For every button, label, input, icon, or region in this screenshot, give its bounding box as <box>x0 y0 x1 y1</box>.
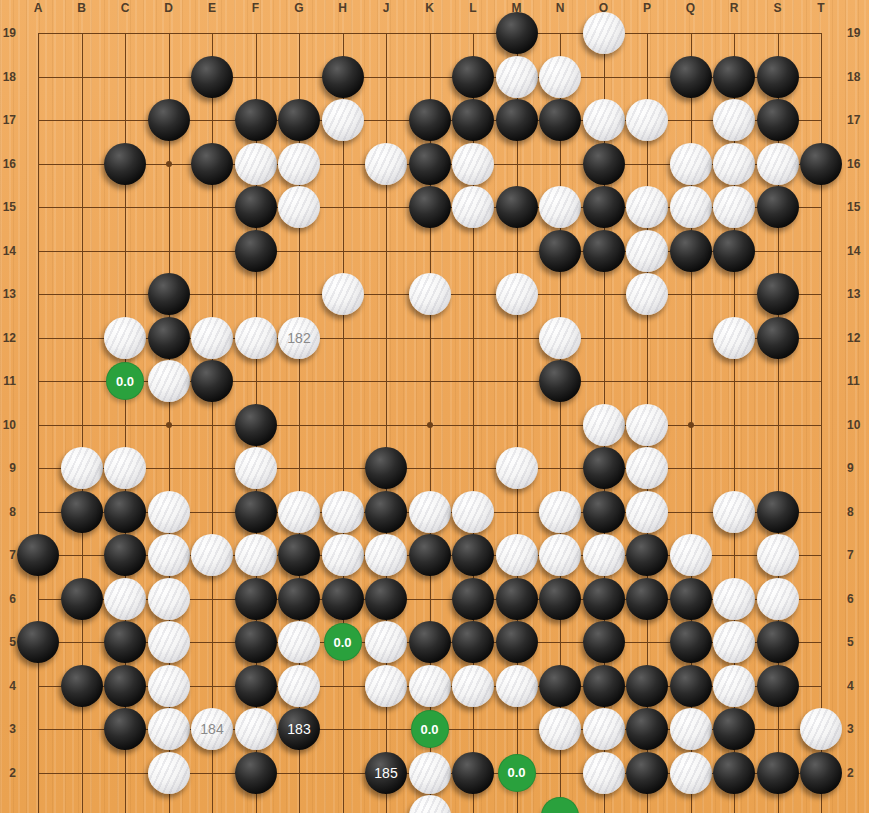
stone-white <box>539 56 581 98</box>
stone-black <box>235 665 277 707</box>
stone-black <box>539 230 581 272</box>
row-label-left: 18 <box>0 70 16 84</box>
row-label-left: 2 <box>0 766 16 780</box>
stone-black <box>626 708 668 750</box>
grid-line-horizontal <box>38 468 821 469</box>
stone-black <box>713 56 755 98</box>
stone-black <box>235 230 277 272</box>
stone-white <box>278 621 320 663</box>
row-label-right: 13 <box>847 287 869 301</box>
stone-white <box>713 317 755 359</box>
stone-black <box>583 447 625 489</box>
stone-white <box>148 534 190 576</box>
stone-black: 185 <box>365 752 407 794</box>
stone-white <box>278 665 320 707</box>
stone-black <box>583 621 625 663</box>
stone-white <box>452 143 494 185</box>
stone-black <box>496 621 538 663</box>
stone-white <box>409 752 451 794</box>
stone-black <box>757 186 799 228</box>
stone-white: 182 <box>278 317 320 359</box>
stone-black <box>235 752 277 794</box>
stone-white <box>104 317 146 359</box>
stone-black <box>61 491 103 533</box>
stone-white <box>713 143 755 185</box>
stone-white <box>322 491 364 533</box>
stone-white <box>278 143 320 185</box>
stone-white <box>626 99 668 141</box>
stone-black <box>235 186 277 228</box>
stone-black <box>191 56 233 98</box>
row-label-left: 9 <box>0 461 16 475</box>
row-label-right: 14 <box>847 244 869 258</box>
column-label: G <box>287 1 311 15</box>
stone-white <box>583 534 625 576</box>
move-number-label: 185 <box>374 766 397 780</box>
stone-black <box>148 317 190 359</box>
stone-black <box>191 143 233 185</box>
stone-white <box>626 273 668 315</box>
stone-white <box>670 143 712 185</box>
row-label-right: 4 <box>847 679 869 693</box>
stone-white <box>409 491 451 533</box>
stone-white <box>61 447 103 489</box>
stone-white <box>626 230 668 272</box>
column-label: D <box>157 1 181 15</box>
stone-black <box>539 360 581 402</box>
row-label-left: 7 <box>0 548 16 562</box>
stone-black <box>539 99 581 141</box>
stone-white <box>496 447 538 489</box>
stone-black <box>757 491 799 533</box>
row-label-right: 10 <box>847 418 869 432</box>
stone-black <box>670 665 712 707</box>
grid-line-horizontal <box>38 33 821 34</box>
stone-white <box>670 752 712 794</box>
stone-black <box>583 491 625 533</box>
stone-black <box>539 665 581 707</box>
stone-white <box>539 708 581 750</box>
stone-white <box>583 752 625 794</box>
stone-black <box>757 317 799 359</box>
stone-white <box>235 534 277 576</box>
stone-black <box>583 230 625 272</box>
stone-white <box>322 534 364 576</box>
stone-black <box>409 143 451 185</box>
stone-white <box>278 491 320 533</box>
row-label-right: 18 <box>847 70 869 84</box>
stone-white <box>626 404 668 446</box>
stone-black <box>322 56 364 98</box>
stone-white <box>148 578 190 620</box>
stone-white <box>148 708 190 750</box>
stone-white <box>496 665 538 707</box>
row-label-left: 5 <box>0 635 16 649</box>
stone-black <box>452 56 494 98</box>
stone-black <box>409 621 451 663</box>
stone-white <box>452 491 494 533</box>
column-label: J <box>374 1 398 15</box>
column-label: N <box>548 1 572 15</box>
stone-white <box>409 273 451 315</box>
stone-black <box>583 186 625 228</box>
stone-white <box>713 99 755 141</box>
row-label-right: 8 <box>847 505 869 519</box>
stone-black <box>583 665 625 707</box>
stone-white <box>670 186 712 228</box>
stone-white <box>322 273 364 315</box>
row-label-left: 14 <box>0 244 16 258</box>
grid-line-vertical <box>38 33 39 813</box>
column-label: L <box>461 1 485 15</box>
stone-white <box>539 317 581 359</box>
stone-black <box>61 578 103 620</box>
row-label-right: 16 <box>847 157 869 171</box>
column-label: C <box>113 1 137 15</box>
stone-white <box>800 708 842 750</box>
stone-black <box>757 665 799 707</box>
stone-white <box>409 795 451 813</box>
stone-black <box>496 186 538 228</box>
row-label-left: 17 <box>0 113 16 127</box>
stone-white <box>235 143 277 185</box>
stone-white <box>757 143 799 185</box>
row-label-left: 3 <box>0 722 16 736</box>
stone-white <box>757 534 799 576</box>
row-label-right: 12 <box>847 331 869 345</box>
stone-black <box>235 491 277 533</box>
row-label-right: 9 <box>847 461 869 475</box>
stone-black <box>409 534 451 576</box>
eval-marker[interactable]: 0.0 <box>106 362 144 400</box>
stone-white <box>191 317 233 359</box>
stone-black <box>626 534 668 576</box>
move-number-label: 182 <box>287 331 310 345</box>
stone-black <box>148 273 190 315</box>
stone-black <box>626 752 668 794</box>
stone-white <box>148 665 190 707</box>
eval-marker[interactable]: 0.0 <box>411 710 449 748</box>
stone-black <box>365 578 407 620</box>
stone-black <box>278 578 320 620</box>
stone-white <box>626 491 668 533</box>
stone-white <box>713 186 755 228</box>
stone-black <box>670 230 712 272</box>
eval-marker[interactable] <box>541 797 579 813</box>
row-label-left: 10 <box>0 418 16 432</box>
stone-black <box>670 621 712 663</box>
stone-black <box>191 360 233 402</box>
stone-black: 183 <box>278 708 320 750</box>
row-label-right: 7 <box>847 548 869 562</box>
stone-black <box>583 578 625 620</box>
stone-black <box>757 99 799 141</box>
stone-white <box>713 621 755 663</box>
stone-white <box>235 317 277 359</box>
stone-black <box>104 665 146 707</box>
stone-black <box>496 578 538 620</box>
stone-white <box>322 99 364 141</box>
row-label-left: 16 <box>0 157 16 171</box>
stone-white <box>626 186 668 228</box>
row-label-left: 13 <box>0 287 16 301</box>
star-point <box>166 422 172 428</box>
stone-black <box>104 491 146 533</box>
row-label-right: 11 <box>847 374 869 388</box>
stone-white <box>539 534 581 576</box>
column-label: E <box>200 1 224 15</box>
stone-black <box>104 708 146 750</box>
column-label: H <box>331 1 355 15</box>
row-label-right: 2 <box>847 766 869 780</box>
row-label-right: 6 <box>847 592 869 606</box>
column-label: F <box>244 1 268 15</box>
stone-white <box>409 665 451 707</box>
stone-black <box>757 621 799 663</box>
row-label-left: 11 <box>0 374 16 388</box>
stone-white <box>626 447 668 489</box>
stone-black <box>626 665 668 707</box>
stone-black <box>365 447 407 489</box>
stone-black <box>278 534 320 576</box>
column-label: T <box>809 1 833 15</box>
stone-white <box>496 273 538 315</box>
stone-white <box>583 12 625 54</box>
column-label: K <box>418 1 442 15</box>
stone-black <box>409 186 451 228</box>
stone-black <box>757 56 799 98</box>
stone-white <box>365 534 407 576</box>
stone-white <box>148 491 190 533</box>
stone-black <box>452 99 494 141</box>
stone-black <box>235 99 277 141</box>
row-label-right: 3 <box>847 722 869 736</box>
stone-white <box>365 621 407 663</box>
stone-white <box>496 534 538 576</box>
stone-black <box>322 578 364 620</box>
stone-black <box>452 534 494 576</box>
stone-white <box>148 752 190 794</box>
stone-black <box>104 621 146 663</box>
stone-white <box>452 665 494 707</box>
stone-white <box>496 56 538 98</box>
go-board[interactable]: ABCDEFGHJKLMNOPQRST191817161514131211109… <box>0 0 869 813</box>
star-point <box>688 422 694 428</box>
stone-white <box>539 491 581 533</box>
stone-white <box>757 578 799 620</box>
stone-white <box>713 578 755 620</box>
stone-black <box>365 491 407 533</box>
stone-black <box>409 99 451 141</box>
column-label: B <box>70 1 94 15</box>
column-label: R <box>722 1 746 15</box>
column-label: Q <box>679 1 703 15</box>
stone-black <box>148 99 190 141</box>
eval-marker[interactable]: 0.0 <box>498 754 536 792</box>
stone-black <box>452 752 494 794</box>
stone-white <box>148 621 190 663</box>
stone-white <box>365 143 407 185</box>
row-label-left: 6 <box>0 592 16 606</box>
row-label-left: 8 <box>0 505 16 519</box>
stone-black <box>17 621 59 663</box>
move-number-label: 183 <box>287 722 310 736</box>
stone-black <box>452 621 494 663</box>
stone-white: 184 <box>191 708 233 750</box>
row-label-left: 19 <box>0 26 16 40</box>
stone-white <box>670 708 712 750</box>
stone-black <box>235 578 277 620</box>
column-label: A <box>26 1 50 15</box>
stone-black <box>713 230 755 272</box>
stone-black <box>235 621 277 663</box>
row-label-left: 15 <box>0 200 16 214</box>
stone-white <box>583 99 625 141</box>
stone-white <box>191 534 233 576</box>
stone-black <box>583 143 625 185</box>
stone-white <box>104 447 146 489</box>
stone-white <box>235 708 277 750</box>
stone-white <box>452 186 494 228</box>
column-label: P <box>635 1 659 15</box>
move-number-label: 184 <box>200 722 223 736</box>
row-label-right: 5 <box>847 635 869 649</box>
stone-white <box>365 665 407 707</box>
stone-black <box>757 273 799 315</box>
stone-white <box>713 665 755 707</box>
stone-white <box>148 360 190 402</box>
stone-black <box>496 99 538 141</box>
column-label: S <box>766 1 790 15</box>
stone-black <box>61 665 103 707</box>
eval-marker[interactable]: 0.0 <box>324 623 362 661</box>
stone-black <box>452 578 494 620</box>
row-label-right: 15 <box>847 200 869 214</box>
stone-white <box>539 186 581 228</box>
star-point <box>166 161 172 167</box>
stone-white <box>235 447 277 489</box>
row-label-right: 17 <box>847 113 869 127</box>
stone-black <box>800 143 842 185</box>
stone-white <box>670 534 712 576</box>
stone-black <box>670 578 712 620</box>
stone-white <box>583 708 625 750</box>
stone-white <box>278 186 320 228</box>
stone-black <box>626 578 668 620</box>
stone-black <box>713 708 755 750</box>
row-label-right: 19 <box>847 26 869 40</box>
stone-white <box>713 491 755 533</box>
stone-white <box>583 404 625 446</box>
stone-black <box>235 404 277 446</box>
stone-black <box>800 752 842 794</box>
stone-black <box>104 143 146 185</box>
row-label-left: 4 <box>0 679 16 693</box>
star-point <box>427 422 433 428</box>
stone-black <box>757 752 799 794</box>
row-label-left: 12 <box>0 331 16 345</box>
stone-white <box>104 578 146 620</box>
grid-line-vertical <box>343 33 344 813</box>
stone-black <box>496 12 538 54</box>
stone-black <box>539 578 581 620</box>
stone-black <box>670 56 712 98</box>
stone-black <box>278 99 320 141</box>
stone-black <box>17 534 59 576</box>
stone-black <box>104 534 146 576</box>
stone-black <box>713 752 755 794</box>
